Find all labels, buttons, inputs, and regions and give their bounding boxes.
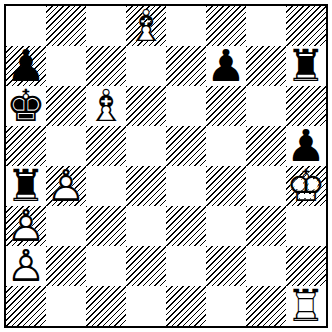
square-c5[interactable] (86, 126, 126, 166)
chess-diagram: ♝♗♟♟♜♚♝♗♟♜♟♙♚♔♟♙♟♙♜♖ (0, 0, 332, 332)
square-c3[interactable] (86, 206, 126, 246)
square-c8[interactable] (86, 6, 126, 46)
black-pawn[interactable]: ♟ (206, 46, 246, 86)
square-g5[interactable] (246, 126, 286, 166)
square-b6[interactable] (46, 86, 86, 126)
square-g8[interactable] (246, 6, 286, 46)
black-rook-fill: ♜ (286, 46, 326, 86)
square-d5[interactable] (126, 126, 166, 166)
square-d8[interactable]: ♝♗ (126, 6, 166, 46)
square-g7[interactable] (246, 46, 286, 86)
square-h7[interactable]: ♜ (286, 46, 326, 86)
black-pawn-fill: ♟ (206, 46, 246, 86)
white-pawn[interactable]: ♟♙ (6, 246, 46, 286)
square-a6[interactable]: ♚ (6, 86, 46, 126)
square-f3[interactable] (206, 206, 246, 246)
white-bishop-outline: ♗ (86, 86, 126, 126)
white-rook-outline: ♖ (286, 286, 326, 326)
square-d2[interactable] (126, 246, 166, 286)
white-rook[interactable]: ♜♖ (286, 286, 326, 326)
white-bishop-outline: ♗ (126, 6, 166, 46)
square-e2[interactable] (166, 246, 206, 286)
square-c2[interactable] (86, 246, 126, 286)
square-a1[interactable] (6, 286, 46, 326)
white-king[interactable]: ♚♔ (286, 166, 326, 206)
square-e8[interactable] (166, 6, 206, 46)
square-c4[interactable] (86, 166, 126, 206)
square-b2[interactable] (46, 246, 86, 286)
square-f1[interactable] (206, 286, 246, 326)
square-g2[interactable] (246, 246, 286, 286)
square-d6[interactable] (126, 86, 166, 126)
square-e5[interactable] (166, 126, 206, 166)
square-d7[interactable] (126, 46, 166, 86)
square-e1[interactable] (166, 286, 206, 326)
square-e4[interactable] (166, 166, 206, 206)
square-c6[interactable]: ♝♗ (86, 86, 126, 126)
board-frame: ♝♗♟♟♜♚♝♗♟♜♟♙♚♔♟♙♟♙♜♖ (4, 4, 328, 328)
square-f7[interactable]: ♟ (206, 46, 246, 86)
square-b7[interactable] (46, 46, 86, 86)
square-g6[interactable] (246, 86, 286, 126)
square-g1[interactable] (246, 286, 286, 326)
square-c1[interactable] (86, 286, 126, 326)
white-pawn-outline: ♙ (6, 246, 46, 286)
square-a2[interactable]: ♟♙ (6, 246, 46, 286)
square-f5[interactable] (206, 126, 246, 166)
black-king-fill: ♚ (6, 86, 46, 126)
square-b8[interactable] (46, 6, 86, 46)
square-d3[interactable] (126, 206, 166, 246)
white-bishop[interactable]: ♝♗ (126, 6, 166, 46)
white-bishop[interactable]: ♝♗ (86, 86, 126, 126)
white-pawn-outline: ♙ (46, 166, 86, 206)
square-h4[interactable]: ♚♔ (286, 166, 326, 206)
square-b3[interactable] (46, 206, 86, 246)
chess-board: ♝♗♟♟♜♚♝♗♟♜♟♙♚♔♟♙♟♙♜♖ (6, 6, 326, 326)
square-e3[interactable] (166, 206, 206, 246)
black-rook[interactable]: ♜ (286, 46, 326, 86)
square-h3[interactable] (286, 206, 326, 246)
square-b4[interactable]: ♟♙ (46, 166, 86, 206)
square-g3[interactable] (246, 206, 286, 246)
white-king-outline: ♔ (286, 166, 326, 206)
square-e6[interactable] (166, 86, 206, 126)
square-b1[interactable] (46, 286, 86, 326)
square-d1[interactable] (126, 286, 166, 326)
square-d4[interactable] (126, 166, 166, 206)
square-g4[interactable] (246, 166, 286, 206)
square-h1[interactable]: ♜♖ (286, 286, 326, 326)
square-f4[interactable] (206, 166, 246, 206)
square-f2[interactable] (206, 246, 246, 286)
black-king[interactable]: ♚ (6, 86, 46, 126)
square-e7[interactable] (166, 46, 206, 86)
square-f6[interactable] (206, 86, 246, 126)
white-pawn[interactable]: ♟♙ (46, 166, 86, 206)
